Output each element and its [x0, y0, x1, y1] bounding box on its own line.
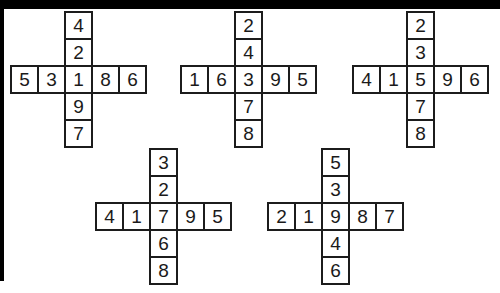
cell-r2-c3: 9 — [433, 65, 462, 94]
cell-r2-c0: 1 — [180, 65, 209, 94]
cell-r2-c2: 3 — [234, 65, 263, 94]
cell-r4-c2: 6 — [321, 256, 350, 285]
puzzle-page: 425318697 241639578 234159678 324179568 … — [0, 0, 500, 293]
cell-r2-c1: 1 — [122, 202, 151, 231]
cell-r4-c2: 7 — [64, 119, 93, 148]
cell-r0-c2: 3 — [149, 148, 178, 177]
cell-r2-c0: 4 — [95, 202, 124, 231]
cell-r2-c0: 2 — [267, 202, 296, 231]
cell-r3-c2: 6 — [149, 229, 178, 258]
cell-r1-c2: 2 — [64, 38, 93, 67]
cell-r2-c3: 9 — [261, 65, 290, 94]
cross-2: 241639578 — [180, 11, 317, 148]
cell-r2-c1: 1 — [379, 65, 408, 94]
cell-r2-c4: 6 — [118, 65, 147, 94]
cell-r2-c3: 9 — [176, 202, 205, 231]
top-edge-bar — [0, 0, 500, 9]
cell-r2-c4: 5 — [203, 202, 232, 231]
cell-r2-c2: 7 — [149, 202, 178, 231]
cell-r2-c4: 7 — [375, 202, 404, 231]
cell-r2-c4: 5 — [288, 65, 317, 94]
cell-r2-c4: 6 — [460, 65, 489, 94]
cell-r0-c2: 4 — [64, 11, 93, 40]
cell-r3-c2: 7 — [234, 92, 263, 121]
cell-r1-c2: 2 — [149, 175, 178, 204]
cell-r3-c2: 7 — [406, 92, 435, 121]
cross-4: 324179568 — [95, 148, 232, 285]
cell-r2-c2: 1 — [64, 65, 93, 94]
cell-r1-c2: 4 — [234, 38, 263, 67]
cell-r3-c2: 4 — [321, 229, 350, 258]
left-edge-bar — [0, 0, 4, 281]
cross-1: 425318697 — [10, 11, 147, 148]
cell-r3-c2: 9 — [64, 92, 93, 121]
cell-r2-c3: 8 — [91, 65, 120, 94]
cell-r2-c2: 5 — [406, 65, 435, 94]
cell-r0-c2: 2 — [234, 11, 263, 40]
cell-r2-c0: 5 — [10, 65, 39, 94]
cell-r2-c0: 4 — [352, 65, 381, 94]
cell-r2-c1: 3 — [37, 65, 66, 94]
cell-r2-c2: 9 — [321, 202, 350, 231]
cross-5: 532198746 — [267, 148, 404, 285]
cell-r0-c2: 5 — [321, 148, 350, 177]
cell-r2-c3: 8 — [348, 202, 377, 231]
cell-r4-c2: 8 — [234, 119, 263, 148]
cell-r1-c2: 3 — [321, 175, 350, 204]
cross-3: 234159678 — [352, 11, 489, 148]
cell-r2-c1: 1 — [294, 202, 323, 231]
cell-r1-c2: 3 — [406, 38, 435, 67]
cell-r0-c2: 2 — [406, 11, 435, 40]
cell-r4-c2: 8 — [149, 256, 178, 285]
cell-r4-c2: 8 — [406, 119, 435, 148]
cell-r2-c1: 6 — [207, 65, 236, 94]
